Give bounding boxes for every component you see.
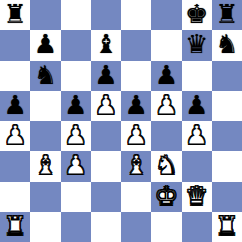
square-f6[interactable]: ♟ — [151, 61, 181, 91]
square-c3[interactable]: ♟ — [61, 151, 91, 181]
square-h2[interactable] — [212, 182, 242, 212]
square-f4[interactable] — [151, 121, 181, 151]
square-g7[interactable]: ♛ — [182, 30, 212, 60]
square-b3[interactable]: ♝ — [30, 151, 60, 181]
square-b8[interactable] — [30, 0, 60, 30]
square-d8[interactable] — [91, 0, 121, 30]
square-g8[interactable]: ♚ — [182, 0, 212, 30]
square-f1[interactable] — [151, 212, 181, 242]
square-e7[interactable] — [121, 30, 151, 60]
square-a3[interactable] — [0, 151, 30, 181]
square-f3[interactable]: ♞ — [151, 151, 181, 181]
piece-white-pawn[interactable]: ♟ — [155, 92, 178, 118]
square-f2[interactable]: ♚ — [151, 182, 181, 212]
piece-black-pawn[interactable]: ♟ — [155, 62, 178, 88]
square-g5[interactable]: ♟ — [182, 91, 212, 121]
chess-board: ♜♚♜♟♝♛♞♞♟♟♟♟♟♟♟♟♟♟♟♟♝♟♝♞♚♛♜♜ — [0, 0, 242, 242]
piece-white-bishop[interactable]: ♝ — [124, 152, 147, 178]
piece-black-pawn[interactable]: ♟ — [124, 92, 147, 118]
square-b2[interactable] — [30, 182, 60, 212]
piece-black-rook[interactable]: ♜ — [3, 1, 26, 27]
square-e5[interactable]: ♟ — [121, 91, 151, 121]
piece-white-rook[interactable]: ♜ — [215, 213, 238, 239]
square-d5[interactable]: ♟ — [91, 91, 121, 121]
square-d1[interactable] — [91, 212, 121, 242]
piece-white-queen[interactable]: ♛ — [185, 183, 208, 209]
square-c2[interactable] — [61, 182, 91, 212]
piece-white-pawn[interactable]: ♟ — [3, 122, 26, 148]
square-b4[interactable] — [30, 121, 60, 151]
square-a5[interactable]: ♟ — [0, 91, 30, 121]
square-h6[interactable] — [212, 61, 242, 91]
square-d2[interactable] — [91, 182, 121, 212]
piece-white-pawn[interactable]: ♟ — [64, 122, 87, 148]
square-g6[interactable] — [182, 61, 212, 91]
piece-white-pawn[interactable]: ♟ — [124, 122, 147, 148]
square-a4[interactable]: ♟ — [0, 121, 30, 151]
square-h3[interactable] — [212, 151, 242, 181]
square-a1[interactable]: ♜ — [0, 212, 30, 242]
square-g2[interactable]: ♛ — [182, 182, 212, 212]
square-g1[interactable] — [182, 212, 212, 242]
piece-black-pawn[interactable]: ♟ — [94, 62, 117, 88]
piece-white-pawn[interactable]: ♟ — [94, 92, 117, 118]
piece-black-queen[interactable]: ♛ — [185, 31, 208, 57]
square-f8[interactable] — [151, 0, 181, 30]
piece-white-rook[interactable]: ♜ — [3, 213, 26, 239]
square-f7[interactable] — [151, 30, 181, 60]
square-c4[interactable]: ♟ — [61, 121, 91, 151]
square-f5[interactable]: ♟ — [151, 91, 181, 121]
square-e1[interactable] — [121, 212, 151, 242]
piece-black-bishop[interactable]: ♝ — [94, 31, 117, 57]
square-a7[interactable] — [0, 30, 30, 60]
piece-black-knight[interactable]: ♞ — [34, 62, 57, 88]
piece-white-pawn[interactable]: ♟ — [185, 122, 208, 148]
square-d7[interactable]: ♝ — [91, 30, 121, 60]
piece-black-pawn[interactable]: ♟ — [185, 92, 208, 118]
square-b1[interactable] — [30, 212, 60, 242]
square-c1[interactable] — [61, 212, 91, 242]
square-e2[interactable] — [121, 182, 151, 212]
square-e4[interactable]: ♟ — [121, 121, 151, 151]
piece-black-king[interactable]: ♚ — [185, 1, 208, 27]
piece-black-rook[interactable]: ♜ — [215, 1, 238, 27]
square-c8[interactable] — [61, 0, 91, 30]
piece-white-bishop[interactable]: ♝ — [34, 152, 57, 178]
square-g3[interactable] — [182, 151, 212, 181]
square-d3[interactable] — [91, 151, 121, 181]
square-c7[interactable] — [61, 30, 91, 60]
square-a8[interactable]: ♜ — [0, 0, 30, 30]
square-h5[interactable] — [212, 91, 242, 121]
square-h1[interactable]: ♜ — [212, 212, 242, 242]
piece-white-knight[interactable]: ♞ — [155, 152, 178, 178]
square-c6[interactable] — [61, 61, 91, 91]
piece-black-pawn[interactable]: ♟ — [3, 92, 26, 118]
square-c5[interactable]: ♟ — [61, 91, 91, 121]
square-h8[interactable]: ♜ — [212, 0, 242, 30]
square-b6[interactable]: ♞ — [30, 61, 60, 91]
square-a6[interactable] — [0, 61, 30, 91]
square-e3[interactable]: ♝ — [121, 151, 151, 181]
square-d6[interactable]: ♟ — [91, 61, 121, 91]
piece-black-pawn[interactable]: ♟ — [64, 92, 87, 118]
square-h4[interactable] — [212, 121, 242, 151]
square-e6[interactable] — [121, 61, 151, 91]
piece-white-pawn[interactable]: ♟ — [64, 152, 87, 178]
square-h7[interactable]: ♞ — [212, 30, 242, 60]
square-b5[interactable] — [30, 91, 60, 121]
square-b7[interactable]: ♟ — [30, 30, 60, 60]
piece-white-king[interactable]: ♚ — [155, 183, 178, 209]
square-d4[interactable] — [91, 121, 121, 151]
square-a2[interactable] — [0, 182, 30, 212]
square-e8[interactable] — [121, 0, 151, 30]
piece-black-knight[interactable]: ♞ — [215, 31, 238, 57]
square-g4[interactable]: ♟ — [182, 121, 212, 151]
piece-black-pawn[interactable]: ♟ — [34, 31, 57, 57]
